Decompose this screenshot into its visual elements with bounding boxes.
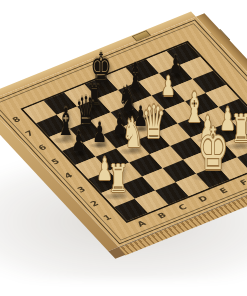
piece-black-pawn-b5[interactable]: ♟	[91, 120, 107, 148]
piece-white-rook-g2[interactable]: ♜	[230, 110, 247, 148]
piece-white-rook-a2[interactable]: ♜	[107, 160, 129, 198]
hinge-icon	[132, 30, 151, 41]
product-photo-scene: ABCDEFGH12345678 ♟♚♝♟♜♞♝♟♛♟♟♝♟♛♟♜♞♟♚♟♜	[0, 0, 247, 296]
piece-black-pawn-a5[interactable]: ♟	[71, 128, 87, 156]
piece-white-knight-c4[interactable]: ♞	[121, 113, 145, 153]
piece-white-king-e1[interactable]: ♚	[196, 120, 230, 178]
